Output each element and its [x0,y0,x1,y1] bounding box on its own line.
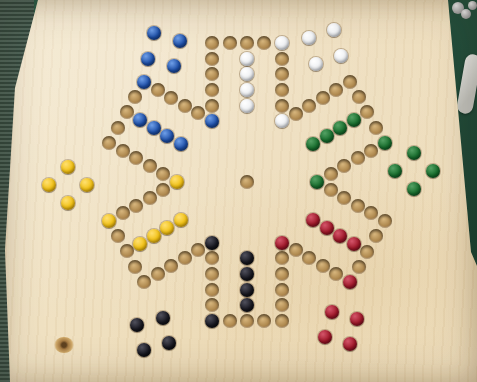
marble-green[interactable] [407,182,421,196]
board-hole-empty[interactable] [324,167,338,181]
board-hole-empty[interactable] [205,36,219,50]
board-hole-empty[interactable] [156,167,170,181]
board-hole-empty[interactable] [116,144,130,158]
marble-red[interactable] [320,221,334,235]
marble-yellow[interactable] [102,214,116,228]
board-hole-empty[interactable] [205,83,219,97]
board-hole-empty[interactable] [316,259,330,273]
marble-blue[interactable] [141,52,155,66]
board-hole-empty[interactable] [205,52,219,66]
marble-red[interactable] [347,237,361,251]
marble-yellow[interactable] [174,213,188,227]
marble-green[interactable] [407,146,421,160]
marble-red[interactable] [343,275,357,289]
marble-black[interactable] [130,318,144,332]
board-hole-empty[interactable] [337,191,351,205]
marble-white[interactable] [309,57,323,71]
marble-yellow[interactable] [170,175,184,189]
board-hole-empty[interactable] [369,229,383,243]
board-hole-empty[interactable] [120,105,134,119]
board-hole-empty[interactable] [324,183,338,197]
board-hole-empty[interactable] [102,136,116,150]
marble-green[interactable] [378,136,392,150]
board-hole-empty[interactable] [275,52,289,66]
board-hole-empty[interactable] [275,267,289,281]
marble-white[interactable] [275,114,289,128]
board-hole-empty[interactable] [205,267,219,281]
marble-blue[interactable] [173,34,187,48]
board-hole-empty[interactable] [275,298,289,312]
marble-white[interactable] [240,99,254,113]
board-hole-empty[interactable] [143,159,157,173]
marble-white[interactable] [302,31,316,45]
board-hole-empty[interactable] [351,151,365,165]
board-hole-empty[interactable] [178,251,192,265]
marble-black[interactable] [137,343,151,357]
board-hole-empty[interactable] [275,83,289,97]
marble-white[interactable] [240,67,254,81]
marble-black[interactable] [162,336,176,350]
board-hole-empty[interactable] [275,314,289,328]
board-hole-empty[interactable] [302,251,316,265]
marble-red[interactable] [343,337,357,351]
marble-red[interactable] [318,330,332,344]
marble-black[interactable] [205,236,219,250]
board-hole-empty[interactable] [205,298,219,312]
wood-knot [54,337,74,353]
marble-black[interactable] [205,314,219,328]
marble-green[interactable] [333,121,347,135]
board-hole-empty[interactable] [128,90,142,104]
board-hole-empty[interactable] [164,259,178,273]
board-hole-empty[interactable] [275,99,289,113]
board-hole-empty[interactable] [289,107,303,121]
marble-green[interactable] [310,175,324,189]
marble-black[interactable] [240,298,254,312]
board-hole-empty[interactable] [151,83,165,97]
board-hole-empty[interactable] [129,151,143,165]
board-hole-empty[interactable] [329,267,343,281]
marble-blue[interactable] [160,129,174,143]
board-hole-empty[interactable] [329,83,343,97]
marble-yellow[interactable] [160,221,174,235]
board-hole-empty[interactable] [257,314,271,328]
board-hole-empty[interactable] [343,75,357,89]
board-hole-empty[interactable] [128,260,142,274]
board-hole-empty[interactable] [205,251,219,265]
board-hole-empty[interactable] [129,199,143,213]
marble-yellow[interactable] [147,229,161,243]
board-hole-empty[interactable] [316,91,330,105]
marble-blue[interactable] [137,75,151,89]
marble-red[interactable] [350,312,364,326]
marble-green[interactable] [426,164,440,178]
marble-yellow[interactable] [61,196,75,210]
marble-white[interactable] [275,36,289,50]
board-hole-empty[interactable] [178,99,192,113]
board-hole-empty[interactable] [364,144,378,158]
board-hole-empty[interactable] [352,260,366,274]
board-hole-empty[interactable] [275,283,289,297]
marble-black[interactable] [156,311,170,325]
board-hole-empty[interactable] [205,283,219,297]
game-board [0,0,477,382]
board-hole-empty[interactable] [205,99,219,113]
board-hole-empty[interactable] [240,314,254,328]
board-hole-empty[interactable] [164,91,178,105]
marble-white[interactable] [240,52,254,66]
marble-blue[interactable] [174,137,188,151]
marble-green[interactable] [306,137,320,151]
board-hole-empty[interactable] [120,244,134,258]
marble-yellow[interactable] [80,178,94,192]
marble-red[interactable] [275,236,289,250]
marble-black[interactable] [240,251,254,265]
board-hole-empty[interactable] [289,243,303,257]
center-hole[interactable] [240,175,254,189]
board-hole-empty[interactable] [137,275,151,289]
board-hole-empty[interactable] [378,214,392,228]
board-hole-empty[interactable] [151,267,165,281]
marble-blue[interactable] [133,113,147,127]
marble-black[interactable] [240,283,254,297]
board-hole-empty[interactable] [111,229,125,243]
marble-blue[interactable] [167,59,181,73]
board-hole-empty[interactable] [143,191,157,205]
marble-blue[interactable] [147,26,161,40]
marble-green[interactable] [320,129,334,143]
board-hole-empty[interactable] [364,206,378,220]
marble-white[interactable] [327,23,341,37]
marble-white[interactable] [334,49,348,63]
board-hole-empty[interactable] [302,99,316,113]
board-hole-empty[interactable] [223,314,237,328]
marble-red[interactable] [325,305,339,319]
board-hole-empty[interactable] [275,251,289,265]
board-hole-empty[interactable] [337,159,351,173]
marble-white[interactable] [240,83,254,97]
marble-red[interactable] [306,213,320,227]
board-hole-empty[interactable] [275,67,289,81]
marble-blue[interactable] [147,121,161,135]
board-hole-empty[interactable] [205,67,219,81]
marble-yellow[interactable] [61,160,75,174]
marble-black[interactable] [240,267,254,281]
metal-clasp-icon [461,9,471,19]
board-hole-empty[interactable] [369,121,383,135]
board-hole-empty[interactable] [191,106,205,120]
board-hole-empty[interactable] [240,36,254,50]
board-hole-empty[interactable] [191,243,205,257]
marble-yellow[interactable] [42,178,56,192]
marble-red[interactable] [333,229,347,243]
board-hole-empty[interactable] [360,245,374,259]
board-hole-empty[interactable] [352,90,366,104]
board-hole-empty[interactable] [223,36,237,50]
board-hole-empty[interactable] [156,183,170,197]
board-hole-empty[interactable] [360,105,374,119]
marble-yellow[interactable] [133,237,147,251]
board-hole-empty[interactable] [116,206,130,220]
board-hole-empty[interactable] [351,199,365,213]
board-hole-empty[interactable] [111,121,125,135]
marble-green[interactable] [347,113,361,127]
board-hole-empty[interactable] [257,36,271,50]
marble-green[interactable] [388,164,402,178]
marble-blue[interactable] [205,114,219,128]
photo-frame [0,0,477,382]
metal-clasp-icon [468,1,477,10]
